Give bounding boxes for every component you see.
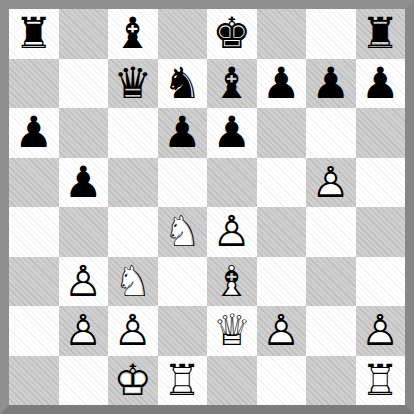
- chess-board: ♜♝♚♜♛♞♝♟♟♟♟♟♟♟♟♙♞♘♟♙♟♙♞♘♝♗♟♙♟♙♛♕♟♙♟♙♚♔♜♖…: [9, 9, 405, 405]
- square-h2[interactable]: ♟♙: [356, 306, 406, 356]
- square-a6[interactable]: ♟: [9, 108, 59, 158]
- black-pawn-icon: ♟: [262, 62, 301, 105]
- square-b8[interactable]: [59, 9, 109, 59]
- square-g6[interactable]: [306, 108, 356, 158]
- square-a5[interactable]: [9, 158, 59, 208]
- square-e3[interactable]: ♝♗: [207, 257, 257, 307]
- black-pawn-icon: ♟: [361, 62, 400, 105]
- square-f1[interactable]: [257, 356, 307, 406]
- square-f5[interactable]: [257, 158, 307, 208]
- black-bishop-icon: ♝: [212, 62, 251, 105]
- piece-black-pawn: ♟: [306, 59, 356, 109]
- square-h7[interactable]: ♟: [356, 59, 406, 109]
- square-e5[interactable]: [207, 158, 257, 208]
- square-h4[interactable]: [356, 207, 406, 257]
- black-rook-icon: ♜: [14, 12, 53, 55]
- square-a3[interactable]: [9, 257, 59, 307]
- square-g1[interactable]: [306, 356, 356, 406]
- white-knight-icon: ♘: [163, 210, 202, 253]
- square-e7[interactable]: ♝: [207, 59, 257, 109]
- piece-white-pawn: ♟♙: [59, 306, 109, 356]
- white-rook-icon: ♖: [163, 359, 202, 402]
- black-pawn-icon: ♟: [64, 161, 103, 204]
- square-f8[interactable]: [257, 9, 307, 59]
- square-f4[interactable]: [257, 207, 307, 257]
- piece-black-pawn: ♟: [158, 108, 208, 158]
- square-g2[interactable]: [306, 306, 356, 356]
- white-pawn-icon: ♙: [113, 309, 152, 352]
- square-c3[interactable]: ♞♘: [108, 257, 158, 307]
- piece-white-pawn: ♟♙: [257, 306, 307, 356]
- white-bishop-icon: ♗: [212, 260, 251, 303]
- piece-white-knight: ♞♘: [108, 257, 158, 307]
- black-pawn-icon: ♟: [14, 111, 53, 154]
- piece-black-pawn: ♟: [207, 108, 257, 158]
- piece-white-bishop: ♝♗: [207, 257, 257, 307]
- piece-black-knight: ♞: [158, 59, 208, 109]
- square-a1[interactable]: [9, 356, 59, 406]
- piece-white-pawn: ♟♙: [207, 207, 257, 257]
- square-e2[interactable]: ♛♕: [207, 306, 257, 356]
- piece-white-queen: ♛♕: [207, 306, 257, 356]
- piece-black-pawn: ♟: [59, 158, 109, 208]
- square-g7[interactable]: ♟: [306, 59, 356, 109]
- square-h5[interactable]: [356, 158, 406, 208]
- square-g5[interactable]: ♟♙: [306, 158, 356, 208]
- white-pawn-icon: ♙: [361, 309, 400, 352]
- square-a2[interactable]: [9, 306, 59, 356]
- square-h6[interactable]: [356, 108, 406, 158]
- square-d6[interactable]: ♟: [158, 108, 208, 158]
- square-c1[interactable]: ♚♔: [108, 356, 158, 406]
- square-f6[interactable]: [257, 108, 307, 158]
- white-pawn-icon: ♙: [64, 260, 103, 303]
- square-e8[interactable]: ♚: [207, 9, 257, 59]
- white-queen-icon: ♕: [212, 309, 251, 352]
- black-knight-icon: ♞: [163, 62, 202, 105]
- square-g3[interactable]: [306, 257, 356, 307]
- black-queen-icon: ♛: [113, 62, 152, 105]
- piece-black-queen: ♛: [108, 59, 158, 109]
- piece-black-rook: ♜: [356, 9, 406, 59]
- square-d7[interactable]: ♞: [158, 59, 208, 109]
- square-b1[interactable]: [59, 356, 109, 406]
- piece-black-pawn: ♟: [9, 108, 59, 158]
- square-g8[interactable]: [306, 9, 356, 59]
- square-c7[interactable]: ♛: [108, 59, 158, 109]
- piece-white-pawn: ♟♙: [306, 158, 356, 208]
- square-h1[interactable]: ♜♖: [356, 356, 406, 406]
- white-pawn-icon: ♙: [64, 309, 103, 352]
- white-knight-icon: ♘: [113, 260, 152, 303]
- black-king-icon: ♚: [212, 12, 251, 55]
- square-b7[interactable]: [59, 59, 109, 109]
- square-e1[interactable]: [207, 356, 257, 406]
- square-h8[interactable]: ♜: [356, 9, 406, 59]
- square-f7[interactable]: ♟: [257, 59, 307, 109]
- piece-black-bishop: ♝: [108, 9, 158, 59]
- square-h3[interactable]: [356, 257, 406, 307]
- piece-white-rook: ♜♖: [158, 356, 208, 406]
- square-f2[interactable]: ♟♙: [257, 306, 307, 356]
- square-b3[interactable]: ♟♙: [59, 257, 109, 307]
- square-e6[interactable]: ♟: [207, 108, 257, 158]
- piece-white-knight: ♞♘: [158, 207, 208, 257]
- piece-white-pawn: ♟♙: [356, 306, 406, 356]
- white-pawn-icon: ♙: [212, 210, 251, 253]
- piece-white-pawn: ♟♙: [108, 306, 158, 356]
- piece-black-king: ♚: [207, 9, 257, 59]
- white-pawn-icon: ♙: [311, 161, 350, 204]
- square-f3[interactable]: [257, 257, 307, 307]
- black-pawn-icon: ♟: [311, 62, 350, 105]
- white-pawn-icon: ♙: [262, 309, 301, 352]
- black-pawn-icon: ♟: [212, 111, 251, 154]
- black-rook-icon: ♜: [361, 12, 400, 55]
- square-a8[interactable]: ♜: [9, 9, 59, 59]
- square-b5[interactable]: ♟: [59, 158, 109, 208]
- square-b2[interactable]: ♟♙: [59, 306, 109, 356]
- white-rook-icon: ♖: [361, 359, 400, 402]
- square-b4[interactable]: [59, 207, 109, 257]
- square-c6[interactable]: [108, 108, 158, 158]
- square-d4[interactable]: ♞♘: [158, 207, 208, 257]
- square-c5[interactable]: [108, 158, 158, 208]
- piece-black-bishop: ♝: [207, 59, 257, 109]
- square-d5[interactable]: [158, 158, 208, 208]
- piece-black-pawn: ♟: [257, 59, 307, 109]
- square-d2[interactable]: [158, 306, 208, 356]
- piece-white-king: ♚♔: [108, 356, 158, 406]
- square-d8[interactable]: [158, 9, 208, 59]
- square-e4[interactable]: ♟♙: [207, 207, 257, 257]
- piece-black-rook: ♜: [9, 9, 59, 59]
- piece-white-pawn: ♟♙: [59, 257, 109, 307]
- black-bishop-icon: ♝: [113, 12, 152, 55]
- square-d1[interactable]: ♜♖: [158, 356, 208, 406]
- black-pawn-icon: ♟: [163, 111, 202, 154]
- square-a7[interactable]: [9, 59, 59, 109]
- square-g4[interactable]: [306, 207, 356, 257]
- square-c4[interactable]: [108, 207, 158, 257]
- square-b6[interactable]: [59, 108, 109, 158]
- piece-white-rook: ♜♖: [356, 356, 406, 406]
- square-c2[interactable]: ♟♙: [108, 306, 158, 356]
- square-c8[interactable]: ♝: [108, 9, 158, 59]
- square-a4[interactable]: [9, 207, 59, 257]
- piece-black-pawn: ♟: [356, 59, 406, 109]
- chess-board-frame: ♜♝♚♜♛♞♝♟♟♟♟♟♟♟♟♙♞♘♟♙♟♙♞♘♝♗♟♙♟♙♛♕♟♙♟♙♚♔♜♖…: [0, 0, 414, 414]
- white-king-icon: ♔: [113, 359, 152, 402]
- square-d3[interactable]: [158, 257, 208, 307]
